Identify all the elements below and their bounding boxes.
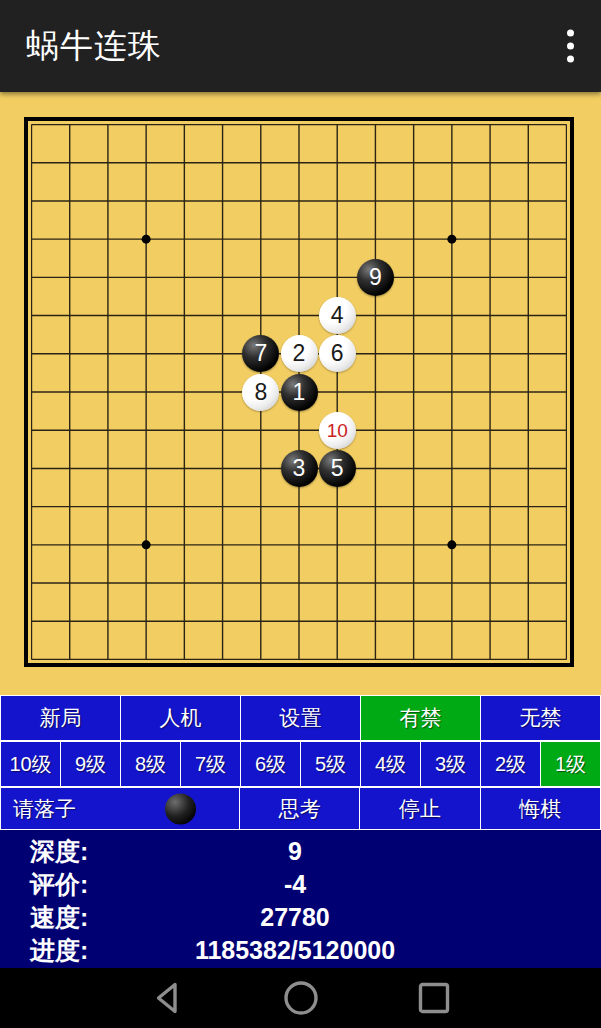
- level-1-button[interactable]: 1级: [541, 741, 601, 787]
- back-icon[interactable]: [150, 980, 186, 1016]
- stone-4-white: 4: [319, 297, 356, 334]
- control-row-3: 请落子 思考停止悔棋: [0, 787, 601, 830]
- stone-10-white: 10: [319, 412, 356, 449]
- board[interactable]: 12345678910: [31, 124, 567, 660]
- app-bar: 蜗牛连珠: [0, 0, 601, 92]
- forbidden-off-button[interactable]: 无禁: [481, 695, 601, 741]
- status-label-evaluation: 评价:: [0, 868, 130, 901]
- status-label-speed: 速度:: [0, 901, 130, 934]
- status-value-evaluation: -4: [130, 870, 460, 899]
- move-prompt-label: 请落子: [13, 795, 76, 823]
- recents-icon[interactable]: [416, 980, 452, 1016]
- kebab-menu-icon[interactable]: [567, 30, 574, 63]
- stone-1-black: 1: [281, 374, 318, 411]
- app-title: 蜗牛连珠: [0, 24, 162, 69]
- think-button[interactable]: 思考: [240, 787, 360, 830]
- board-area: 12345678910: [0, 92, 601, 695]
- status-label-progress: 进度:: [0, 934, 130, 967]
- stone-5-black: 5: [319, 450, 356, 487]
- status-row-evaluation: 评价:-4: [0, 868, 601, 901]
- stone-9-black: 9: [357, 259, 394, 296]
- level-2-button[interactable]: 2级: [481, 741, 541, 787]
- stop-button[interactable]: 停止: [360, 787, 480, 830]
- control-row-2: 10级9级8级7级6级5级4级3级2级1级: [0, 741, 601, 787]
- stone-3-black: 3: [281, 450, 318, 487]
- move-prompt-cell: 请落子: [0, 787, 240, 830]
- engine-status-panel: 深度:9评价:-4速度:27780进度:1185382/5120000: [0, 830, 601, 968]
- settings-button[interactable]: 设置: [241, 695, 361, 741]
- new-game-button[interactable]: 新局: [0, 695, 121, 741]
- stone-6-white: 6: [319, 335, 356, 372]
- status-row-depth: 深度:9: [0, 835, 601, 868]
- undo-button[interactable]: 悔棋: [481, 787, 601, 830]
- level-4-button[interactable]: 4级: [361, 741, 421, 787]
- home-icon[interactable]: [282, 979, 320, 1017]
- level-10-button[interactable]: 10级: [0, 741, 61, 787]
- board-frame: 12345678910: [24, 117, 574, 667]
- stone-2-white: 2: [281, 335, 318, 372]
- status-row-speed: 速度:27780: [0, 901, 601, 934]
- level-7-button[interactable]: 7级: [181, 741, 241, 787]
- star-point: [142, 540, 151, 549]
- level-6-button[interactable]: 6级: [241, 741, 301, 787]
- forbidden-on-button[interactable]: 有禁: [361, 695, 481, 741]
- status-value-depth: 9: [130, 837, 460, 866]
- stone-8-white: 8: [242, 374, 279, 411]
- star-point: [142, 235, 151, 244]
- level-3-button[interactable]: 3级: [421, 741, 481, 787]
- star-point: [447, 235, 456, 244]
- level-8-button[interactable]: 8级: [121, 741, 181, 787]
- star-point: [447, 540, 456, 549]
- status-label-depth: 深度:: [0, 835, 130, 868]
- turn-stone-indicator: [165, 793, 196, 824]
- human-vs-ai-button[interactable]: 人机: [121, 695, 241, 741]
- control-row-1: 新局人机设置有禁无禁: [0, 695, 601, 741]
- level-5-button[interactable]: 5级: [301, 741, 361, 787]
- status-value-progress: 1185382/5120000: [130, 936, 460, 965]
- status-value-speed: 27780: [130, 903, 460, 932]
- android-nav-bar: [0, 968, 601, 1028]
- status-row-progress: 进度:1185382/5120000: [0, 934, 601, 967]
- level-9-button[interactable]: 9级: [61, 741, 121, 787]
